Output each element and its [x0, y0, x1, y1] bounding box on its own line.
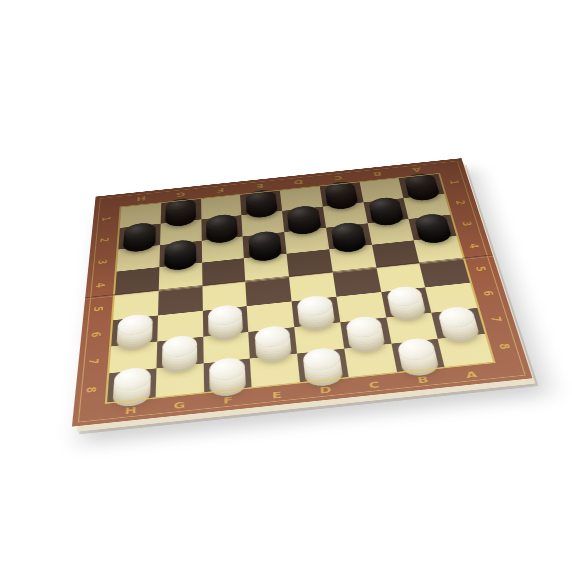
rank-label-right-7-text: 7 [489, 316, 504, 323]
file-label-bottom-D-text: D [319, 385, 332, 395]
file-label-top-G-text: G [176, 191, 186, 198]
rank-label-right-3-text: 3 [461, 221, 475, 227]
file-label-top-B-text: B [372, 170, 382, 177]
file-label-bottom-B-text: B [416, 374, 429, 384]
square-B8[interactable] [391, 339, 445, 372]
rank-label-left-8-text: 8 [85, 386, 100, 393]
rank-label-right-8-text: 8 [497, 342, 513, 349]
file-label-top-A-text: A [412, 166, 423, 173]
file-label-bottom-F-text: F [223, 395, 233, 405]
square-E8[interactable] [250, 354, 300, 387]
file-label-top-F-text: F [216, 187, 224, 194]
rank-label-left-7: 7 [77, 346, 111, 377]
rank-label-left-5-text: 5 [92, 306, 106, 313]
rank-label-left-5: 5 [83, 295, 115, 323]
rank-label-right-2-text: 2 [454, 200, 467, 206]
photo-background: HGFEDCBA1122334455667788HGFEDCBA [0, 0, 572, 572]
file-label-top-E-text: E [255, 183, 263, 190]
board-3d: HGFEDCBA1122334455667788HGFEDCBA [72, 158, 533, 426]
rank-label-left-4-text: 4 [94, 282, 107, 288]
rank-label-right-4-text: 4 [467, 243, 481, 249]
rank-label-left-6-text: 6 [90, 331, 104, 338]
file-label-top-H-text: H [136, 195, 146, 202]
rank-label-left-1-text: 1 [101, 216, 113, 221]
square-H8[interactable] [107, 369, 156, 403]
file-label-top-C-text: C [333, 174, 343, 181]
square-D8[interactable] [297, 349, 348, 382]
checkers-board: HGFEDCBA1122334455667788HGFEDCBA [64, 52, 515, 503]
file-label-bottom-H-text: H [124, 405, 137, 415]
rank-label-left-6: 6 [80, 320, 113, 349]
square-A8[interactable] [438, 334, 493, 367]
file-label-top-D-text: D [294, 179, 304, 186]
rank-label-left-7-text: 7 [87, 358, 101, 365]
border-corner [493, 358, 532, 381]
file-label-bottom-E-text: E [271, 390, 282, 400]
square-G8[interactable] [155, 364, 203, 398]
rank-label-right-5-text: 5 [474, 266, 489, 272]
rank-label-left-3-text: 3 [97, 259, 110, 265]
rank-label-left-4: 4 [85, 272, 117, 299]
rank-label-right-6-text: 6 [482, 290, 497, 297]
rank-label-left-2-text: 2 [99, 237, 112, 243]
square-F8[interactable] [203, 359, 252, 393]
file-label-bottom-C-text: C [368, 380, 380, 390]
file-label-bottom-A-text: A [465, 369, 479, 379]
border-corner [72, 402, 107, 426]
file-label-bottom-G-text: G [173, 400, 185, 410]
board-grid: HGFEDCBA1122334455667788HGFEDCBA [72, 158, 533, 426]
square-C8[interactable] [344, 344, 396, 377]
rank-label-left-8: 8 [74, 373, 109, 405]
rank-label-right-1-text: 1 [448, 180, 461, 185]
